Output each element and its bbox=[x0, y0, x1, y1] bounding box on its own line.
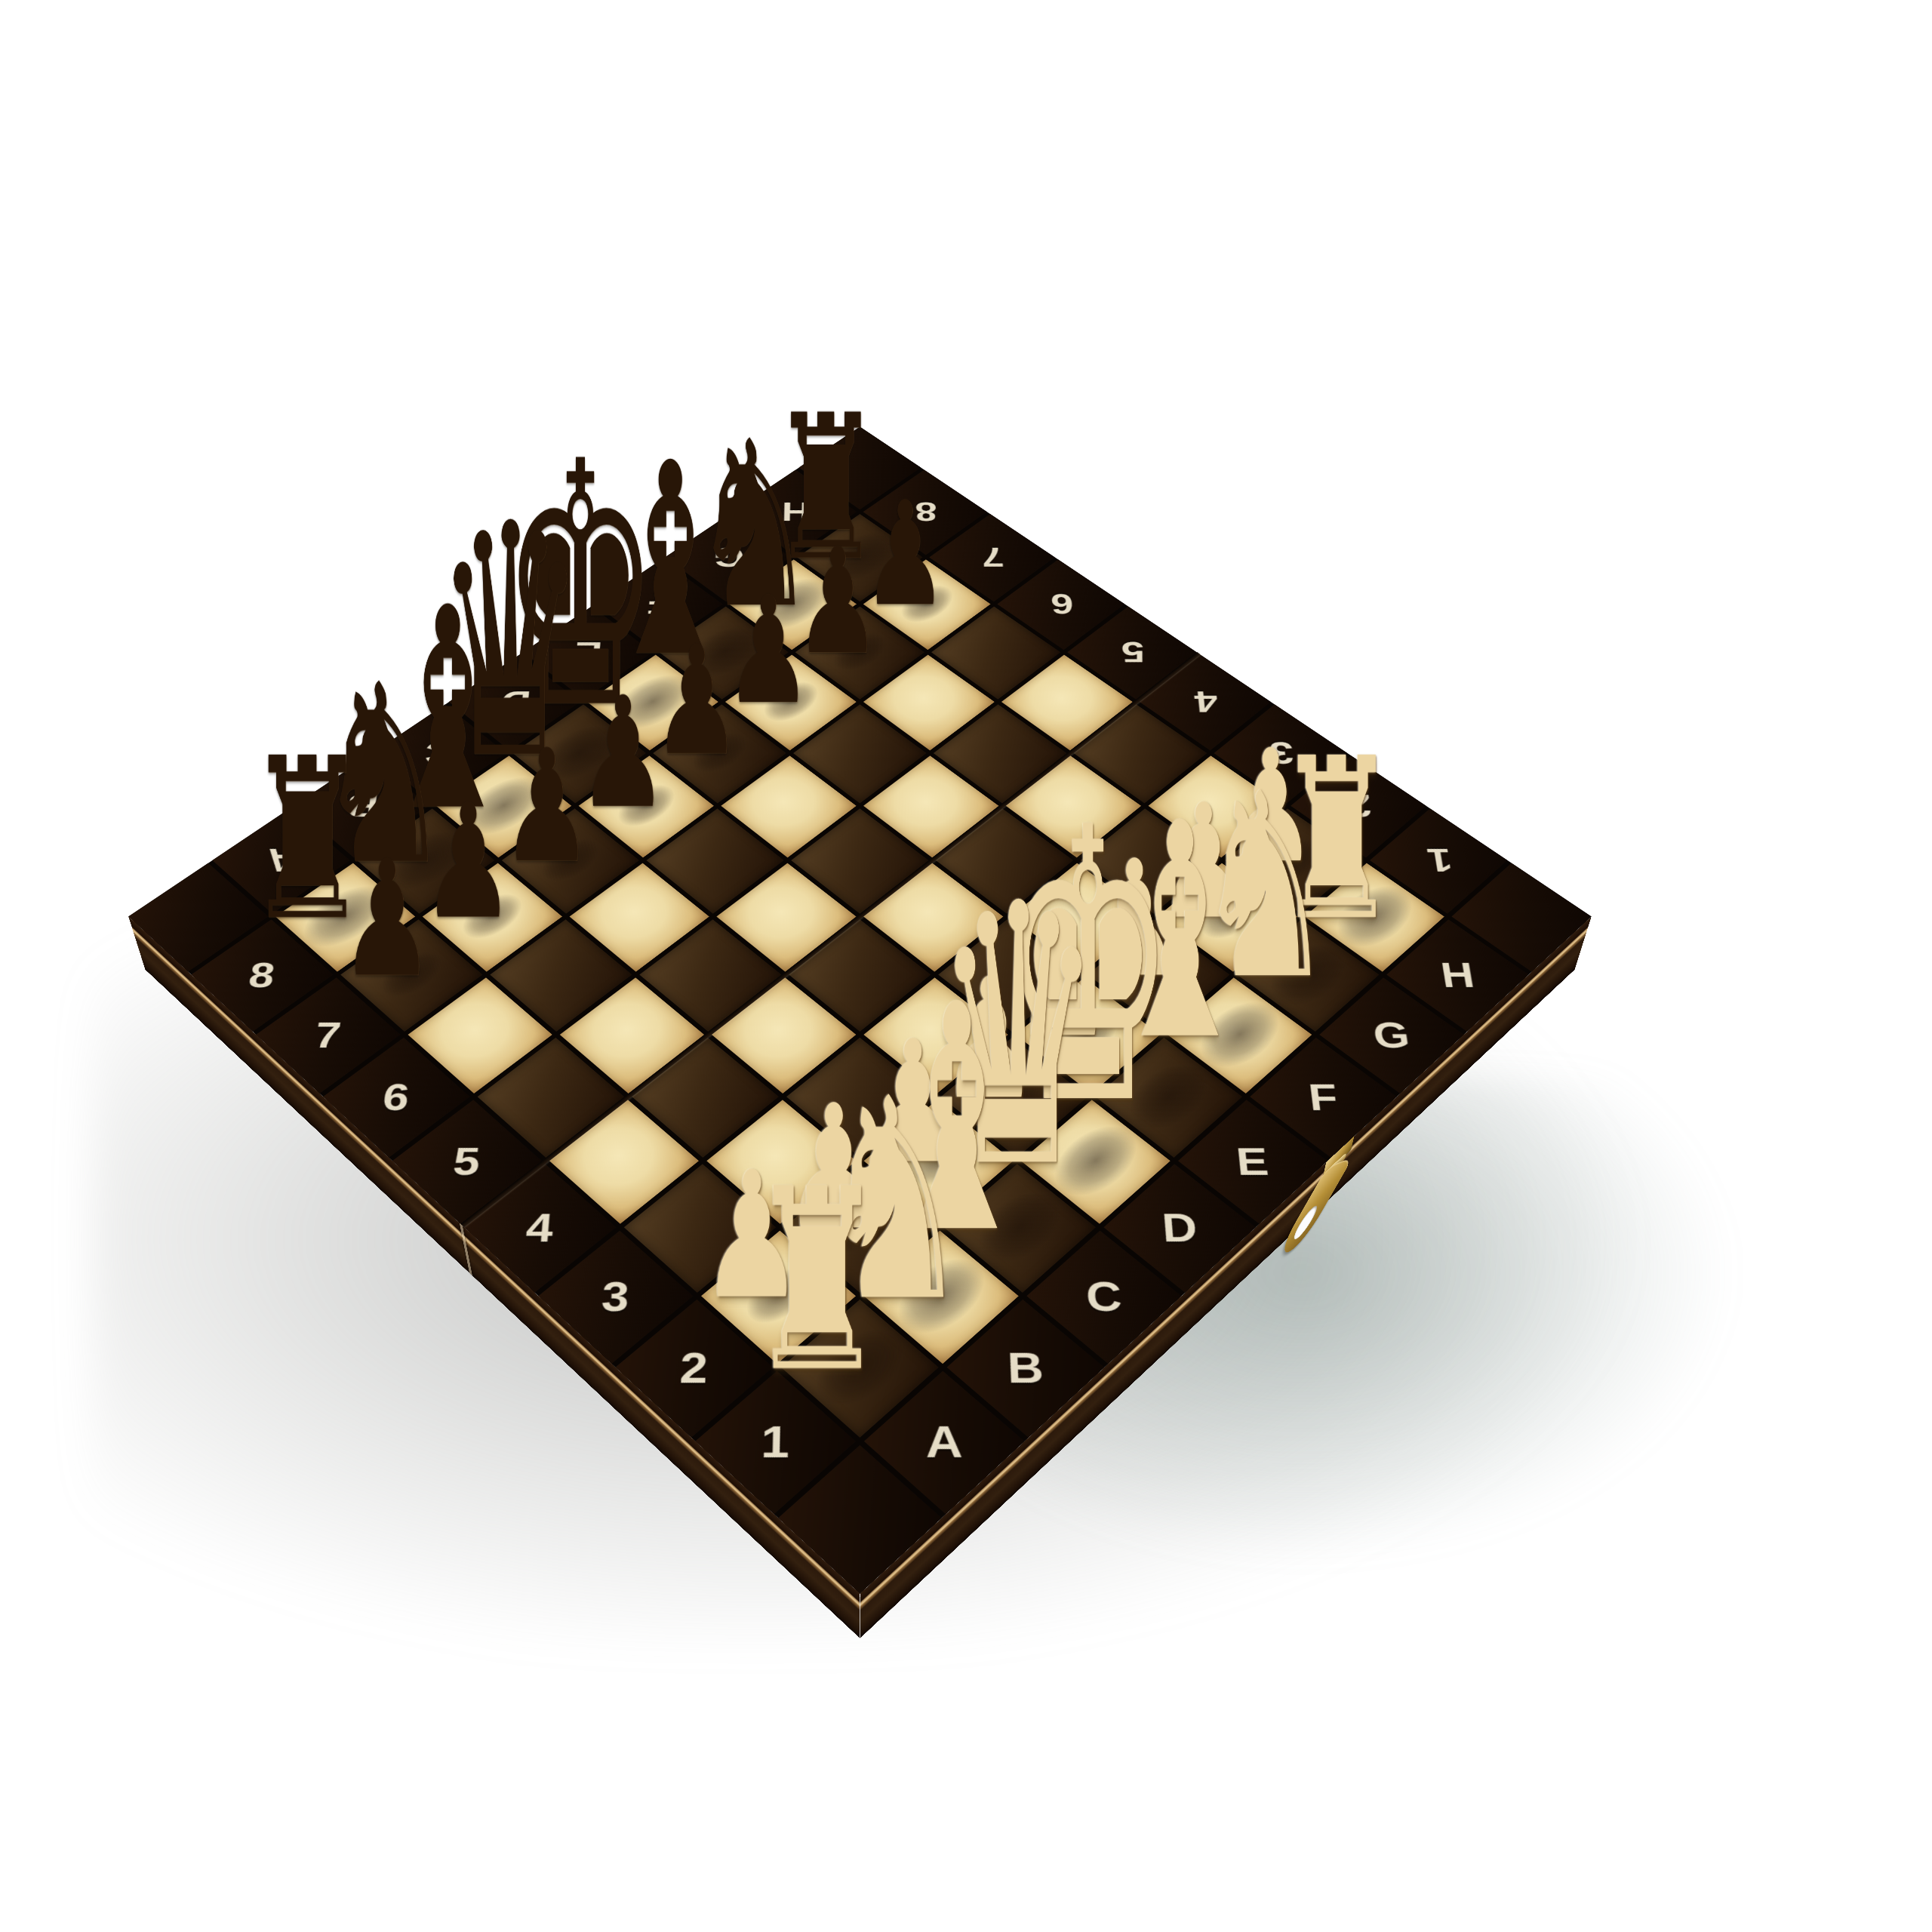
coordinate-label: D bbox=[1160, 1204, 1200, 1251]
coordinate-label: E bbox=[572, 635, 604, 669]
coordinate-label: D bbox=[497, 685, 533, 719]
coordinate-label: H bbox=[780, 497, 810, 528]
coordinate-label: 6 bbox=[380, 1075, 413, 1118]
coordinate-label: C bbox=[1084, 1272, 1124, 1320]
coordinate-label: C bbox=[421, 735, 457, 771]
coordinate-label: 1 bbox=[1423, 841, 1455, 880]
coordinate-label: F bbox=[645, 588, 672, 621]
coordinate-label: H bbox=[1438, 955, 1478, 995]
coordinate-label: A bbox=[924, 1415, 964, 1467]
coordinate-label: 5 bbox=[451, 1138, 483, 1183]
coordinate-label: 4 bbox=[524, 1204, 556, 1251]
coordinate-label: B bbox=[1006, 1343, 1046, 1393]
coordinate-label: F bbox=[1306, 1075, 1341, 1118]
coordinate-label: 6 bbox=[1048, 588, 1074, 621]
coordinate-label: 7 bbox=[312, 1014, 345, 1056]
coordinate-label: 3 bbox=[600, 1272, 632, 1320]
coordinate-label: 5 bbox=[1118, 635, 1146, 669]
coordinate-label: E bbox=[1234, 1138, 1272, 1183]
coordinate-label: 1 bbox=[760, 1415, 791, 1467]
product-photo: ABCDEFGH8877665544332211ABCDEFGH♜♞♝♛♚♝♞♜… bbox=[0, 0, 1932, 1932]
coordinate-label: G bbox=[711, 541, 745, 573]
coordinate-label: 7 bbox=[980, 541, 1004, 573]
coordinate-label: 8 bbox=[245, 955, 278, 995]
coordinate-label: 8 bbox=[913, 497, 937, 528]
coordinate-label: 4 bbox=[1191, 685, 1219, 719]
coordinate-label: G bbox=[1370, 1014, 1413, 1056]
coordinate-label: 2 bbox=[678, 1343, 710, 1393]
